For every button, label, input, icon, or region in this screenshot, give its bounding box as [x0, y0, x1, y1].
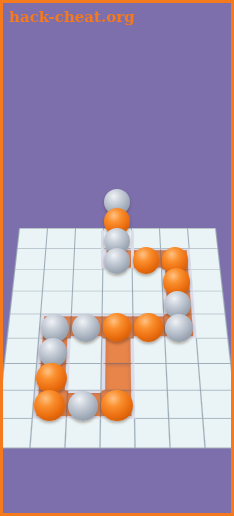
ball-gray[interactable]	[72, 314, 100, 342]
game-screen: hack-cheat.org	[0, 0, 234, 516]
ball-orange[interactable]	[34, 390, 65, 421]
ball-gray[interactable]	[68, 391, 98, 421]
ball-orange[interactable]	[101, 390, 132, 421]
ball-orange[interactable]	[133, 247, 160, 274]
ball-orange[interactable]	[134, 313, 163, 342]
ball-orange[interactable]	[103, 313, 132, 342]
watermark-text: hack-cheat.org	[9, 8, 135, 26]
ball-gray[interactable]	[104, 248, 130, 274]
ball-orange[interactable]	[36, 363, 66, 393]
ball-gray[interactable]	[165, 314, 193, 342]
ball-overlay	[3, 3, 231, 513]
